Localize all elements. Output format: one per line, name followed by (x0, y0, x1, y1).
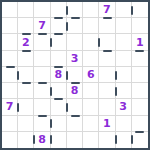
consecutive-mark-vertical (66, 22, 68, 31)
cell-r3c6[interactable] (99, 51, 115, 67)
given-digit-r7c6[interactable]: 1 (99, 116, 115, 132)
given-digit-r6c0[interactable]: 7 (2, 99, 18, 115)
consecutive-mark-vertical (66, 6, 68, 15)
consecutive-mark-vertical (17, 103, 19, 112)
cell-r5c6[interactable] (99, 83, 115, 99)
cell-r3c8[interactable] (132, 51, 148, 67)
cell-r4c8[interactable] (132, 67, 148, 83)
given-digit-r5c4[interactable]: 8 (67, 83, 83, 99)
cell-r3c7[interactable] (116, 51, 132, 67)
cell-r8c5[interactable] (83, 132, 99, 148)
consecutive-mark-horizontal (135, 50, 144, 52)
cell-r1c7[interactable] (116, 18, 132, 34)
cell-r8c4[interactable] (67, 132, 83, 148)
consecutive-mark-vertical (50, 38, 52, 47)
cell-r6c5[interactable] (83, 99, 99, 115)
given-digit-r3c4[interactable]: 3 (67, 51, 83, 67)
cell-r6c2[interactable] (34, 99, 50, 115)
cell-r5c7[interactable] (116, 83, 132, 99)
cell-r6c8[interactable] (132, 99, 148, 115)
cell-r5c8[interactable] (132, 83, 148, 99)
consecutive-mark-horizontal (71, 17, 80, 19)
cell-r4c2[interactable] (34, 67, 50, 83)
cell-r1c5[interactable] (83, 18, 99, 34)
cell-r5c5[interactable] (83, 83, 99, 99)
cell-r0c4[interactable] (67, 2, 83, 18)
cell-r1c4[interactable] (67, 18, 83, 34)
given-digit-r2c8[interactable]: 1 (132, 34, 148, 50)
cell-r1c0[interactable] (2, 18, 18, 34)
cell-r5c3[interactable] (51, 83, 67, 99)
cell-r4c1[interactable] (18, 67, 34, 83)
given-digit-r4c3[interactable]: 8 (51, 67, 67, 83)
cell-r2c7[interactable] (116, 34, 132, 50)
consecutive-mark-vertical (131, 135, 133, 144)
consecutive-mark-vertical (17, 71, 19, 80)
consecutive-mark-horizontal (71, 115, 80, 117)
cell-r6c1[interactable] (18, 99, 34, 115)
cell-r6c3[interactable] (51, 99, 67, 115)
cell-r8c6[interactable] (99, 132, 115, 148)
cell-r4c6[interactable] (99, 67, 115, 83)
cell-r7c8[interactable] (132, 116, 148, 132)
cell-r1c1[interactable] (18, 18, 34, 34)
given-digit-r1c2[interactable]: 7 (34, 18, 50, 34)
consecutive-mark-horizontal (103, 17, 112, 19)
cell-r8c0[interactable] (2, 132, 18, 148)
cell-r4c0[interactable] (2, 67, 18, 83)
cell-r0c0[interactable] (2, 2, 18, 18)
cell-r0c5[interactable] (83, 2, 99, 18)
cell-r7c7[interactable] (116, 116, 132, 132)
cell-r3c1[interactable] (18, 51, 34, 67)
given-digit-r2c1[interactable]: 2 (18, 34, 34, 50)
cell-r5c2[interactable] (34, 83, 50, 99)
consecutive-mark-vertical (131, 6, 133, 15)
cell-r3c0[interactable] (2, 51, 18, 67)
cell-r5c1[interactable] (18, 83, 34, 99)
consecutive-mark-horizontal (54, 17, 63, 19)
given-digit-r0c6[interactable]: 7 (99, 2, 115, 18)
consecutive-mark-horizontal (22, 82, 31, 84)
consecutive-mark-vertical (115, 71, 117, 80)
cell-r5c0[interactable] (2, 83, 18, 99)
cell-r8c8[interactable] (132, 132, 148, 148)
cell-r7c3[interactable] (51, 116, 67, 132)
cell-r2c5[interactable] (83, 34, 99, 50)
cell-r7c2[interactable] (34, 116, 50, 132)
cell-r8c7[interactable] (116, 132, 132, 148)
cell-r2c3[interactable] (51, 34, 67, 50)
cell-r0c1[interactable] (18, 2, 34, 18)
cell-r7c5[interactable] (83, 116, 99, 132)
consecutive-mark-horizontal (54, 66, 63, 68)
cell-r7c4[interactable] (67, 116, 83, 132)
cell-r3c2[interactable] (34, 51, 50, 67)
consecutive-mark-vertical (50, 119, 52, 128)
consecutive-mark-vertical (115, 135, 117, 144)
consecutive-mark-horizontal (71, 82, 80, 84)
cell-r6c6[interactable] (99, 99, 115, 115)
cell-r1c3[interactable] (51, 18, 67, 34)
consecutive-mark-horizontal (38, 115, 47, 117)
given-digit-r8c2[interactable]: 8 (34, 132, 50, 148)
cell-r7c0[interactable] (2, 116, 18, 132)
cell-r8c3[interactable] (51, 132, 67, 148)
consecutive-mark-horizontal (135, 131, 144, 133)
cell-r2c2[interactable] (34, 34, 50, 50)
consecutive-mark-horizontal (6, 66, 15, 68)
consecutive-mark-horizontal (38, 82, 47, 84)
cell-r2c6[interactable] (99, 34, 115, 50)
cell-r2c4[interactable] (67, 34, 83, 50)
cell-r7c1[interactable] (18, 116, 34, 132)
cell-r8c1[interactable] (18, 132, 34, 148)
consecutive-mark-horizontal (22, 50, 31, 52)
cell-r4c4[interactable] (67, 67, 83, 83)
sudoku-board: 772138687318 (0, 0, 150, 150)
consecutive-mark-vertical (50, 135, 52, 144)
given-digit-r4c5[interactable]: 6 (83, 67, 99, 83)
cell-r6c4[interactable] (67, 99, 83, 115)
given-digit-r6c7[interactable]: 3 (116, 99, 132, 115)
consecutive-mark-horizontal (103, 50, 112, 52)
cell-r0c7[interactable] (116, 2, 132, 18)
cell-r0c8[interactable] (132, 2, 148, 18)
cell-r1c8[interactable] (132, 18, 148, 34)
sudoku-grid: 772138687318 (2, 2, 148, 148)
cell-r0c3[interactable] (51, 2, 67, 18)
consecutive-mark-vertical (66, 103, 68, 112)
consecutive-mark-vertical (115, 87, 117, 96)
cell-r0c2[interactable] (34, 2, 50, 18)
cell-r1c6[interactable] (99, 18, 115, 34)
cell-r4c7[interactable] (116, 67, 132, 83)
cell-r2c0[interactable] (2, 34, 18, 50)
consecutive-mark-vertical (66, 71, 68, 80)
cell-r3c3[interactable] (51, 51, 67, 67)
cell-r3c5[interactable] (83, 51, 99, 67)
consecutive-mark-vertical (50, 87, 52, 96)
